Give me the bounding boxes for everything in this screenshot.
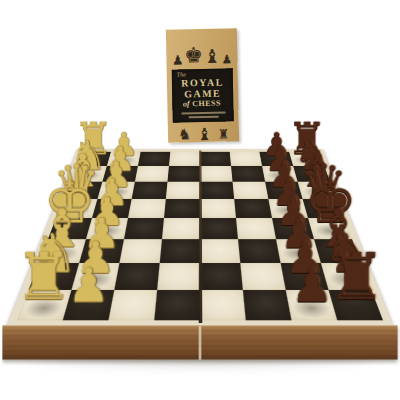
black-pawn-h7[interactable]: ♟ — [272, 262, 351, 309]
piece-cell: ♜ — [17, 290, 71, 320]
chess-board: ♜♞♝♛♚♝♞♜♟♟♟♟♟♟♟♟♟♟♟♟♟♟♟♟♜♞♝♛♚♝♞♜ — [7, 149, 393, 325]
piece-layer: ♜♞♝♛♚♝♞♜♟♟♟♟♟♟♟♟♟♟♟♟♟♟♟♟♜♞♝♛♚♝♞♜ — [7, 149, 393, 325]
chess-set-photo: ♟♚♝♟ The ROYAL GAME of CHESS ♞♝♜ ♜♞♝♛♚♝♞… — [0, 0, 400, 400]
piece-cell: ♟ — [286, 290, 338, 320]
board-scene: ♜♞♝♛♚♝♞♜♟♟♟♟♟♟♟♟♟♟♟♟♟♟♟♟♜♞♝♛♚♝♞♜ — [0, 0, 400, 400]
board-front-edge — [2, 325, 397, 360]
white-rook-h1[interactable]: ♜ — [4, 244, 83, 309]
